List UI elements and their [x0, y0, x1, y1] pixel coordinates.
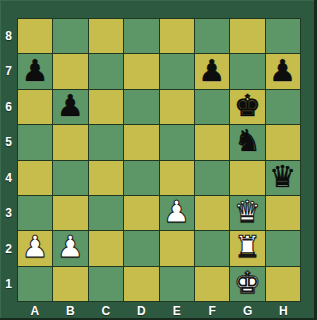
- square-b4[interactable]: [53, 161, 87, 195]
- square-e4[interactable]: [160, 161, 194, 195]
- square-a8[interactable]: [18, 19, 52, 53]
- square-f6[interactable]: [195, 90, 229, 124]
- square-b8[interactable]: [53, 19, 87, 53]
- square-e8[interactable]: [160, 19, 194, 53]
- square-g7[interactable]: [230, 54, 264, 88]
- piece-black-pawn-h7[interactable]: ♟: [269, 56, 296, 86]
- square-b6[interactable]: ♟: [53, 90, 87, 124]
- file-label-a: A: [17, 301, 53, 320]
- square-d3[interactable]: [124, 196, 158, 230]
- piece-black-pawn-a7[interactable]: ♟: [22, 56, 49, 86]
- square-f7[interactable]: ♟: [195, 54, 229, 88]
- rank-label-5: 5: [0, 125, 17, 161]
- square-c8[interactable]: [89, 19, 123, 53]
- square-c2[interactable]: [89, 231, 123, 265]
- square-a3[interactable]: [18, 196, 52, 230]
- file-label-e: E: [159, 301, 195, 320]
- square-h8[interactable]: [266, 19, 300, 53]
- square-a1[interactable]: [18, 267, 52, 301]
- square-f3[interactable]: [195, 196, 229, 230]
- square-f2[interactable]: [195, 231, 229, 265]
- square-g2[interactable]: ♜: [230, 231, 264, 265]
- square-c5[interactable]: [89, 125, 123, 159]
- square-b1[interactable]: [53, 267, 87, 301]
- square-d1[interactable]: [124, 267, 158, 301]
- square-h4[interactable]: ♛: [266, 161, 300, 195]
- rank-label-1: 1: [0, 267, 17, 303]
- piece-white-pawn-e3[interactable]: ♟: [163, 197, 190, 227]
- piece-black-knight-g5[interactable]: ♞: [234, 126, 261, 156]
- square-c1[interactable]: [89, 267, 123, 301]
- square-g5[interactable]: ♞: [230, 125, 264, 159]
- square-f1[interactable]: [195, 267, 229, 301]
- piece-white-king-g1[interactable]: ♚: [234, 268, 261, 298]
- file-label-g: G: [230, 301, 266, 320]
- square-f4[interactable]: [195, 161, 229, 195]
- piece-white-queen-g3[interactable]: ♛: [234, 197, 261, 227]
- square-e6[interactable]: [160, 90, 194, 124]
- rank-label-3: 3: [0, 196, 17, 232]
- file-label-f: F: [195, 301, 231, 320]
- square-f8[interactable]: [195, 19, 229, 53]
- piece-black-queen-h4[interactable]: ♛: [269, 162, 296, 192]
- file-label-b: B: [53, 301, 89, 320]
- square-a2[interactable]: ♟: [18, 231, 52, 265]
- square-b5[interactable]: [53, 125, 87, 159]
- square-g3[interactable]: ♛: [230, 196, 264, 230]
- square-h5[interactable]: [266, 125, 300, 159]
- square-g6[interactable]: ♚: [230, 90, 264, 124]
- square-g8[interactable]: [230, 19, 264, 53]
- square-a6[interactable]: [18, 90, 52, 124]
- square-d5[interactable]: [124, 125, 158, 159]
- chess-board: ♟♟♟♟♚♞♛♟♛♟♟♜♚: [17, 18, 301, 302]
- square-g1[interactable]: ♚: [230, 267, 264, 301]
- square-a5[interactable]: [18, 125, 52, 159]
- square-b2[interactable]: ♟: [53, 231, 87, 265]
- square-h7[interactable]: ♟: [266, 54, 300, 88]
- square-h6[interactable]: [266, 90, 300, 124]
- piece-white-rook-g2[interactable]: ♜: [234, 232, 261, 262]
- square-e7[interactable]: [160, 54, 194, 88]
- file-label-c: C: [88, 301, 124, 320]
- square-c6[interactable]: [89, 90, 123, 124]
- piece-white-pawn-a2[interactable]: ♟: [22, 232, 49, 262]
- file-labels: ABCDEFGH: [17, 301, 301, 320]
- piece-white-pawn-b2[interactable]: ♟: [57, 232, 84, 262]
- square-b7[interactable]: [53, 54, 87, 88]
- square-h1[interactable]: [266, 267, 300, 301]
- square-d2[interactable]: [124, 231, 158, 265]
- square-e3[interactable]: ♟: [160, 196, 194, 230]
- square-e2[interactable]: [160, 231, 194, 265]
- square-c3[interactable]: [89, 196, 123, 230]
- square-h2[interactable]: [266, 231, 300, 265]
- rank-label-2: 2: [0, 231, 17, 267]
- piece-black-king-g6[interactable]: ♚: [234, 91, 261, 121]
- square-a4[interactable]: [18, 161, 52, 195]
- square-e1[interactable]: [160, 267, 194, 301]
- square-c7[interactable]: [89, 54, 123, 88]
- square-d7[interactable]: [124, 54, 158, 88]
- file-label-h: H: [266, 301, 302, 320]
- square-d8[interactable]: [124, 19, 158, 53]
- square-h3[interactable]: [266, 196, 300, 230]
- square-d6[interactable]: [124, 90, 158, 124]
- square-e5[interactable]: [160, 125, 194, 159]
- rank-label-6: 6: [0, 89, 17, 125]
- file-label-d: D: [124, 301, 160, 320]
- square-d4[interactable]: [124, 161, 158, 195]
- piece-black-pawn-f7[interactable]: ♟: [199, 56, 226, 86]
- rank-label-8: 8: [0, 18, 17, 54]
- rank-label-4: 4: [0, 160, 17, 196]
- square-b3[interactable]: [53, 196, 87, 230]
- square-c4[interactable]: [89, 161, 123, 195]
- square-g4[interactable]: [230, 161, 264, 195]
- rank-labels: 87654321: [0, 18, 17, 302]
- square-a7[interactable]: ♟: [18, 54, 52, 88]
- piece-black-pawn-b6[interactable]: ♟: [57, 91, 84, 121]
- rank-label-7: 7: [0, 54, 17, 90]
- chess-diagram-frame: 87654321 ♟♟♟♟♚♞♛♟♛♟♟♜♚ ABCDEFGH: [0, 0, 317, 320]
- square-f5[interactable]: [195, 125, 229, 159]
